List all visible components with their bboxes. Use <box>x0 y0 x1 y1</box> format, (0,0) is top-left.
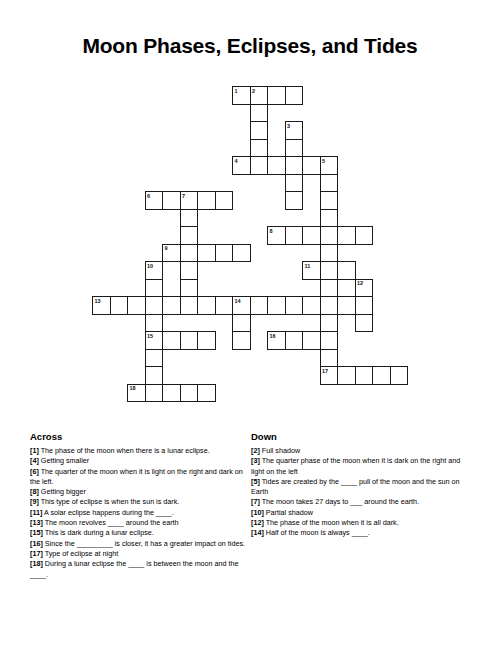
grid-cell-r6c3[interactable]: 6 <box>145 191 164 210</box>
grid-cell-r4c8[interactable]: 4 <box>232 156 251 175</box>
clue-number-label: [10] <box>251 508 264 517</box>
clue-number-label: [13] <box>30 518 43 527</box>
grid-cell-r8c5[interactable] <box>180 226 199 245</box>
grid-cell-r12c0[interactable]: 13 <box>92 296 111 315</box>
grid-cell-r9c6[interactable] <box>197 244 216 263</box>
grid-cell-r8c10[interactable]: 8 <box>267 226 286 245</box>
grid-cell-r9c13[interactable] <box>320 244 339 263</box>
cell-number: 17 <box>322 368 328 374</box>
cell-number: 9 <box>165 245 168 251</box>
clue-number-label: [2] <box>251 446 260 455</box>
grid-cell-r4c12[interactable] <box>302 156 321 175</box>
grid-cell-r12c9[interactable] <box>250 296 269 315</box>
grid-cell-r10c3[interactable]: 10 <box>145 261 164 280</box>
grid-cell-r14c11[interactable] <box>285 331 304 350</box>
cell-number: 10 <box>147 263 153 269</box>
grid-cell-r15c3[interactable] <box>145 349 164 368</box>
across-clue-16: [16] Since the _________ is closer, it h… <box>30 539 254 549</box>
down-clue-2: [2] Full shadow <box>251 446 475 456</box>
across-clue-8: [8] Getting bigger <box>30 487 254 497</box>
grid-cell-r12c13[interactable] <box>320 296 339 315</box>
across-clue-4: [4] Getting smaller <box>30 456 254 466</box>
grid-cell-r5c13[interactable] <box>320 174 339 193</box>
across-clue-1: [1] The phase of the moon when there is … <box>30 446 254 456</box>
grid-cell-r14c6[interactable] <box>197 331 216 350</box>
grid-cell-r14c5[interactable] <box>180 331 199 350</box>
grid-cell-r8c14[interactable] <box>337 226 356 245</box>
cell-number: 12 <box>357 280 363 286</box>
grid-cell-r13c3[interactable] <box>145 314 164 333</box>
clue-number-label: [11] <box>30 508 42 517</box>
grid-cell-r16c3[interactable] <box>145 366 164 385</box>
across-clue-18: [18] During a lunar eclipse the ____ is … <box>30 559 254 580</box>
down-clue-7: [7] The moon takes 27 days to ___ around… <box>251 497 475 507</box>
grid-cell-r11c15[interactable]: 12 <box>355 279 374 298</box>
grid-cell-r6c4[interactable] <box>162 191 181 210</box>
clue-number-label: [7] <box>251 497 260 506</box>
across-clue-11: [11] A solar eclipse happens during the … <box>30 508 254 518</box>
cell-number: 3 <box>287 123 290 129</box>
grid-cell-r12c3[interactable] <box>145 296 164 315</box>
grid-cell-r10c14[interactable] <box>337 261 356 280</box>
grid-cell-r8c15[interactable] <box>355 226 374 245</box>
grid-cell-r17c2[interactable]: 18 <box>127 384 146 403</box>
across-clue-6: [6] The quarter of the moon when it is l… <box>30 467 254 488</box>
cell-number: 6 <box>147 193 150 199</box>
grid-cell-r3c9[interactable] <box>250 139 269 158</box>
cell-number: 15 <box>147 333 153 339</box>
down-clues-list: [2] Full shadow[3] The quarter phase of … <box>251 446 475 539</box>
grid-cell-r17c6[interactable] <box>197 384 216 403</box>
grid-cell-r4c11[interactable] <box>285 156 304 175</box>
grid-cell-r14c3[interactable]: 15 <box>145 331 164 350</box>
grid-cell-r3c11[interactable] <box>285 139 304 158</box>
clue-number-label: [15] <box>30 528 43 537</box>
grid-cell-r4c9[interactable] <box>250 156 269 175</box>
cell-number: 13 <box>95 298 101 304</box>
grid-cell-r13c15[interactable] <box>355 314 374 333</box>
clue-number-label: [3] <box>251 456 260 465</box>
crossword-grid: 123456789101112131415161718 <box>92 86 408 402</box>
grid-cell-r0c8[interactable]: 1 <box>232 86 251 105</box>
grid-cell-r1c9[interactable] <box>250 104 269 123</box>
grid-cell-r8c13[interactable] <box>320 226 339 245</box>
grid-cell-r17c5[interactable] <box>180 384 199 403</box>
worksheet-page: Moon Phases, Eclipses, and Tides 1234567… <box>0 0 500 647</box>
cell-number: 2 <box>252 88 255 94</box>
across-clues-list: [1] The phase of the moon when there is … <box>30 446 254 580</box>
clue-number-label: [17] <box>30 549 43 558</box>
down-clue-14: [14] Half of the moon is always ____. <box>251 528 475 538</box>
puzzle-title: Moon Phases, Eclipses, and Tides <box>0 34 500 58</box>
grid-cell-r12c12[interactable] <box>302 296 321 315</box>
cell-number: 16 <box>270 333 276 339</box>
clue-number-label: [16] <box>30 539 43 548</box>
grid-cell-r10c13[interactable] <box>320 261 339 280</box>
grid-cell-r8c12[interactable] <box>302 226 321 245</box>
grid-cell-r14c4[interactable] <box>162 331 181 350</box>
grid-cell-r0c11[interactable] <box>285 86 304 105</box>
clue-number-label: [6] <box>30 467 39 476</box>
grid-cell-r12c11[interactable] <box>285 296 304 315</box>
grid-cell-r12c10[interactable] <box>267 296 286 315</box>
grid-cell-r12c15[interactable] <box>355 296 374 315</box>
grid-cell-r11c13[interactable] <box>320 279 339 298</box>
cell-number: 4 <box>235 158 238 164</box>
clue-number-label: [1] <box>30 446 39 455</box>
grid-cell-r16c15[interactable] <box>355 366 374 385</box>
grid-cell-r16c13[interactable]: 17 <box>320 366 339 385</box>
grid-cell-r16c16[interactable] <box>372 366 391 385</box>
grid-cell-r4c10[interactable] <box>267 156 286 175</box>
grid-cell-r5c11[interactable] <box>285 174 304 193</box>
across-clue-17: [17] Type of eclipse at night <box>30 549 254 559</box>
grid-cell-r6c6[interactable] <box>197 191 216 210</box>
grid-cell-r17c3[interactable] <box>145 384 164 403</box>
grid-cell-r9c7[interactable] <box>215 244 234 263</box>
grid-cell-r12c5[interactable] <box>180 296 199 315</box>
grid-cell-r6c5[interactable]: 7 <box>180 191 199 210</box>
grid-cell-r12c2[interactable] <box>127 296 146 315</box>
grid-cell-r2c11[interactable]: 3 <box>285 121 304 140</box>
clue-number-label: [9] <box>30 497 39 506</box>
clue-number-label: [14] <box>251 528 264 537</box>
grid-cell-r6c11[interactable] <box>285 191 304 210</box>
down-clue-5: [5] Tides are created by the ____ pull o… <box>251 477 475 498</box>
grid-cell-r14c13[interactable] <box>320 331 339 350</box>
grid-cell-r12c7[interactable] <box>215 296 234 315</box>
clue-number-label: [8] <box>30 487 39 496</box>
grid-cell-r4c13[interactable]: 5 <box>320 156 339 175</box>
cell-number: 18 <box>130 385 136 391</box>
grid-cell-r11c3[interactable] <box>145 279 164 298</box>
grid-cell-r10c5[interactable] <box>180 261 199 280</box>
grid-cell-r15c13[interactable] <box>320 349 339 368</box>
clue-number-label: [18] <box>30 559 43 568</box>
grid-cell-r9c5[interactable] <box>180 244 199 263</box>
grid-cell-r16c17[interactable] <box>390 366 409 385</box>
grid-cell-r17c4[interactable] <box>162 384 181 403</box>
across-clue-15: [15] This is dark during a lunar eclipse… <box>30 528 254 538</box>
grid-cell-r6c13[interactable] <box>320 191 339 210</box>
grid-cell-r6c7[interactable] <box>215 191 234 210</box>
grid-cell-r11c5[interactable] <box>180 279 199 298</box>
grid-cell-r13c8[interactable] <box>232 314 251 333</box>
down-clue-3: [3] The quarter phase of the moon when i… <box>251 456 475 477</box>
grid-cell-r9c8[interactable] <box>232 244 251 263</box>
grid-cell-r13c13[interactable] <box>320 314 339 333</box>
grid-cell-r9c4[interactable]: 9 <box>162 244 181 263</box>
down-header: Down <box>251 431 475 442</box>
down-clue-10: [10] Partial shadow <box>251 508 475 518</box>
grid-cell-r14c12[interactable] <box>302 331 321 350</box>
clue-number-label: [12] <box>251 518 264 527</box>
grid-cell-r16c14[interactable] <box>337 366 356 385</box>
grid-cell-r10c12[interactable]: 11 <box>302 261 321 280</box>
cell-number: 14 <box>235 298 241 304</box>
grid-cell-r12c14[interactable] <box>337 296 356 315</box>
cell-number: 11 <box>305 263 311 269</box>
grid-cell-r14c10[interactable]: 16 <box>267 331 286 350</box>
grid-cell-r8c11[interactable] <box>285 226 304 245</box>
down-clues-section: Down [2] Full shadow[3] The quarter phas… <box>251 431 475 539</box>
across-clues-section: Across [1] The phase of the moon when th… <box>30 431 254 580</box>
across-clue-13: [13] The moon revolves ____ around the e… <box>30 518 254 528</box>
grid-cell-r2c9[interactable] <box>250 121 269 140</box>
grid-cell-r12c4[interactable] <box>162 296 181 315</box>
cell-number: 8 <box>270 228 273 234</box>
grid-cell-r12c8[interactable]: 14 <box>232 296 251 315</box>
down-clue-12: [12] The phase of the moon when it is al… <box>251 518 475 528</box>
across-clue-9: [9] This type of eclipse is when the sun… <box>30 497 254 507</box>
grid-cell-r7c5[interactable] <box>180 209 199 228</box>
clue-number-label: [5] <box>251 477 260 486</box>
grid-cell-r12c6[interactable] <box>197 296 216 315</box>
grid-cell-r7c13[interactable] <box>320 209 339 228</box>
grid-cell-r14c8[interactable] <box>232 331 251 350</box>
across-header: Across <box>30 431 254 442</box>
clue-number-label: [4] <box>30 456 39 465</box>
cell-number: 1 <box>235 88 238 94</box>
cell-number: 7 <box>182 193 185 199</box>
grid-cell-r12c1[interactable] <box>110 296 129 315</box>
grid-cell-r0c9[interactable]: 2 <box>250 86 269 105</box>
grid-cell-r0c10[interactable] <box>267 86 286 105</box>
cell-number: 5 <box>322 158 325 164</box>
